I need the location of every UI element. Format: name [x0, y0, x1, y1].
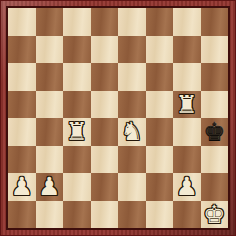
square-c7[interactable]	[63, 36, 91, 64]
square-h7[interactable]	[201, 36, 229, 64]
square-e8[interactable]	[118, 8, 146, 36]
white-rook[interactable]: ♜	[176, 91, 198, 118]
square-c6[interactable]	[63, 63, 91, 91]
square-d4[interactable]	[91, 118, 119, 146]
square-a3[interactable]	[8, 146, 36, 174]
square-e7[interactable]	[118, 36, 146, 64]
square-b2[interactable]: ♟	[36, 173, 64, 201]
square-a7[interactable]	[8, 36, 36, 64]
square-d7[interactable]	[91, 36, 119, 64]
square-e6[interactable]	[118, 63, 146, 91]
white-pawn[interactable]: ♟	[11, 173, 33, 200]
square-e4[interactable]: ♞	[118, 118, 146, 146]
square-c3[interactable]	[63, 146, 91, 174]
square-g7[interactable]	[173, 36, 201, 64]
square-f1[interactable]	[146, 201, 174, 229]
square-f2[interactable]	[146, 173, 174, 201]
square-d3[interactable]	[91, 146, 119, 174]
square-b6[interactable]	[36, 63, 64, 91]
square-h3[interactable]	[201, 146, 229, 174]
square-b4[interactable]	[36, 118, 64, 146]
square-c2[interactable]	[63, 173, 91, 201]
square-g4[interactable]	[173, 118, 201, 146]
square-c8[interactable]	[63, 8, 91, 36]
square-f7[interactable]	[146, 36, 174, 64]
white-pawn[interactable]: ♟	[38, 173, 60, 200]
square-e1[interactable]	[118, 201, 146, 229]
square-f6[interactable]	[146, 63, 174, 91]
square-d8[interactable]	[91, 8, 119, 36]
square-a8[interactable]	[8, 8, 36, 36]
square-c1[interactable]	[63, 201, 91, 229]
square-f8[interactable]	[146, 8, 174, 36]
square-g1[interactable]	[173, 201, 201, 229]
square-c5[interactable]	[63, 91, 91, 119]
square-e2[interactable]	[118, 173, 146, 201]
white-knight[interactable]: ♞	[121, 118, 143, 145]
square-a6[interactable]	[8, 63, 36, 91]
square-a1[interactable]	[8, 201, 36, 229]
square-b5[interactable]	[36, 91, 64, 119]
square-g5[interactable]: ♜	[173, 91, 201, 119]
chess-board-frame: ♜♜♞♚♟♟♟♚	[0, 0, 236, 236]
square-f3[interactable]	[146, 146, 174, 174]
square-d6[interactable]	[91, 63, 119, 91]
square-h5[interactable]	[201, 91, 229, 119]
square-a5[interactable]	[8, 91, 36, 119]
square-h2[interactable]	[201, 173, 229, 201]
square-d1[interactable]	[91, 201, 119, 229]
square-b7[interactable]	[36, 36, 64, 64]
square-b3[interactable]	[36, 146, 64, 174]
square-f5[interactable]	[146, 91, 174, 119]
square-a4[interactable]	[8, 118, 36, 146]
square-h8[interactable]	[201, 8, 229, 36]
square-h6[interactable]	[201, 63, 229, 91]
white-rook[interactable]: ♜	[66, 118, 88, 145]
square-e3[interactable]	[118, 146, 146, 174]
square-h1[interactable]: ♚	[201, 201, 229, 229]
square-g3[interactable]	[173, 146, 201, 174]
square-a2[interactable]: ♟	[8, 173, 36, 201]
square-g8[interactable]	[173, 8, 201, 36]
square-b1[interactable]	[36, 201, 64, 229]
black-king[interactable]: ♚	[203, 118, 225, 145]
square-d5[interactable]	[91, 91, 119, 119]
square-h4[interactable]: ♚	[201, 118, 229, 146]
chess-board: ♜♜♞♚♟♟♟♚	[8, 8, 228, 228]
square-g6[interactable]	[173, 63, 201, 91]
square-e5[interactable]	[118, 91, 146, 119]
square-g2[interactable]: ♟	[173, 173, 201, 201]
square-c4[interactable]: ♜	[63, 118, 91, 146]
white-pawn[interactable]: ♟	[176, 173, 198, 200]
square-b8[interactable]	[36, 8, 64, 36]
white-king[interactable]: ♚	[203, 201, 225, 228]
square-f4[interactable]	[146, 118, 174, 146]
square-d2[interactable]	[91, 173, 119, 201]
